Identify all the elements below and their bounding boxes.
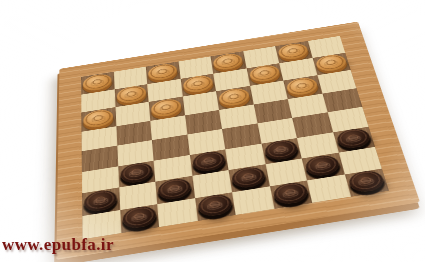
watermark-text: www.epubfa.ir — [2, 235, 114, 255]
board-frame: ⛀⛀⛀⛀⛀⛀⛀⛀⛀⛀⛀⛀⛂⛂⛂⛂⛂⛂⛂⛂⛂⛂⛂⛂ — [56, 22, 420, 260]
dark-wood-piece-h6[interactable]: ⛂ — [335, 127, 372, 150]
square-e8[interactable] — [232, 186, 274, 215]
dark-wood-piece-a7[interactable]: ⛂ — [84, 188, 117, 213]
square-g8[interactable] — [307, 174, 351, 203]
draughts-man-glyph-light: ⛀ — [322, 57, 340, 69]
square-f8[interactable]: ⛂ — [269, 180, 312, 209]
draughts-man-glyph-dark: ⛂ — [313, 158, 333, 172]
draughts-man-glyph-light: ⛀ — [220, 56, 236, 67]
draughts-man-glyph-light: ⛀ — [285, 46, 302, 57]
draughts-man-glyph-light: ⛀ — [293, 80, 311, 92]
dark-wood-piece-b8[interactable]: ⛂ — [122, 205, 156, 231]
light-wood-piece-e3[interactable]: ⛀ — [218, 87, 251, 108]
photo-stage: ⛀⛀⛀⛀⛀⛀⛀⛀⛀⛀⛀⛀⛂⛂⛂⛂⛂⛂⛂⛂⛂⛂⛂⛂ www.epubfa.ir — [0, 0, 425, 262]
dark-wood-piece-f6[interactable]: ⛂ — [263, 139, 299, 162]
checkers-board: ⛀⛀⛀⛀⛀⛀⛀⛀⛀⛀⛀⛀⛂⛂⛂⛂⛂⛂⛂⛂⛂⛂⛂⛂ — [81, 36, 389, 239]
light-wood-piece-g3[interactable]: ⛀ — [286, 76, 320, 97]
draughts-man-glyph-dark: ⛂ — [205, 198, 224, 213]
draughts-man-glyph-dark: ⛂ — [130, 210, 148, 225]
draughts-man-glyph-dark: ⛂ — [272, 143, 291, 157]
dark-wood-piece-f8[interactable]: ⛂ — [272, 181, 309, 206]
dark-wood-piece-d6[interactable]: ⛂ — [192, 150, 226, 173]
square-h8[interactable]: ⛂ — [344, 168, 389, 196]
light-wood-piece-c3[interactable]: ⛀ — [151, 97, 182, 118]
draughts-man-glyph-dark: ⛂ — [356, 174, 377, 189]
dark-wood-piece-d8[interactable]: ⛂ — [197, 193, 233, 218]
board-3d-wrapper: ⛀⛀⛀⛀⛀⛀⛀⛀⛀⛀⛀⛀⛂⛂⛂⛂⛂⛂⛂⛂⛂⛂⛂⛂ — [56, 22, 420, 260]
draughts-man-glyph-dark: ⛂ — [239, 170, 258, 184]
draughts-man-glyph-dark: ⛂ — [166, 182, 184, 196]
draughts-man-glyph-dark: ⛂ — [92, 193, 109, 208]
draughts-man-glyph-light: ⛀ — [155, 66, 171, 78]
square-b8[interactable]: ⛂ — [120, 204, 159, 233]
draughts-man-glyph-light: ⛀ — [158, 102, 174, 114]
square-c8[interactable] — [157, 198, 197, 227]
draughts-man-glyph-dark: ⛂ — [344, 132, 363, 146]
draughts-man-glyph-light: ⛀ — [124, 89, 140, 101]
draughts-man-glyph-light: ⛀ — [90, 76, 105, 88]
draughts-man-glyph-light: ⛀ — [256, 68, 273, 80]
dark-wood-piece-h8[interactable]: ⛂ — [347, 169, 386, 194]
light-wood-piece-a3[interactable]: ⛀ — [84, 108, 114, 129]
board-scene: ⛀⛀⛀⛀⛀⛀⛀⛀⛀⛀⛀⛀⛂⛂⛂⛂⛂⛂⛂⛂⛂⛂⛂⛂ — [0, 0, 425, 262]
draughts-man-glyph-light: ⛀ — [226, 91, 243, 103]
dark-wood-piece-b6[interactable]: ⛂ — [120, 161, 153, 185]
draughts-man-glyph-light: ⛀ — [91, 112, 107, 124]
dark-wood-piece-e7[interactable]: ⛂ — [231, 165, 267, 189]
dark-wood-piece-g7[interactable]: ⛂ — [304, 153, 341, 177]
square-d8[interactable]: ⛂ — [195, 192, 236, 221]
draughts-man-glyph-light: ⛀ — [190, 78, 206, 90]
draughts-man-glyph-dark: ⛂ — [128, 166, 145, 180]
draughts-man-glyph-dark: ⛂ — [200, 155, 218, 169]
draughts-man-glyph-dark: ⛂ — [281, 186, 301, 201]
dark-wood-piece-c7[interactable]: ⛂ — [158, 177, 192, 201]
